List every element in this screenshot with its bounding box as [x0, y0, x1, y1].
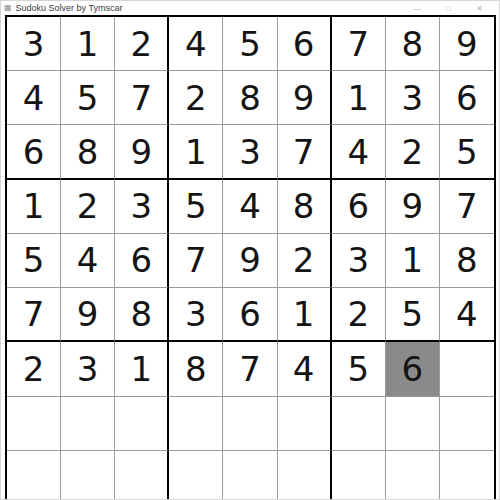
- sudoku-cell-r9c3[interactable]: [115, 451, 169, 500]
- sudoku-cell-r7c9[interactable]: [440, 342, 494, 396]
- sudoku-cell-r7c1[interactable]: 2: [7, 342, 61, 396]
- sudoku-cell-r8c7[interactable]: [332, 397, 386, 451]
- sudoku-cell-r6c3[interactable]: 8: [115, 288, 169, 342]
- sudoku-cell-r6c2[interactable]: 9: [61, 288, 115, 342]
- sudoku-cell-r9c1[interactable]: [7, 451, 61, 500]
- sudoku-cell-r6c4[interactable]: 3: [169, 288, 223, 342]
- sudoku-cell-r4c4[interactable]: 5: [169, 180, 223, 234]
- app-window: ▦ Sudoku Solver by Tymscar — □ ✕ 3124567…: [0, 0, 500, 500]
- sudoku-cell-r6c8[interactable]: 5: [386, 288, 440, 342]
- maximize-button[interactable]: □: [433, 1, 464, 15]
- sudoku-cell-r3c9[interactable]: 5: [440, 125, 494, 179]
- sudoku-cell-r2c9[interactable]: 6: [440, 71, 494, 125]
- sudoku-cell-r7c4[interactable]: 8: [169, 342, 223, 396]
- sudoku-cell-r6c5[interactable]: 6: [223, 288, 277, 342]
- sudoku-cell-r8c3[interactable]: [115, 397, 169, 451]
- sudoku-cell-r1c4[interactable]: 4: [169, 17, 223, 71]
- sudoku-cell-r6c6[interactable]: 1: [278, 288, 332, 342]
- sudoku-cell-r4c5[interactable]: 4: [223, 180, 277, 234]
- title-bar: ▦ Sudoku Solver by Tymscar — □ ✕: [1, 1, 499, 15]
- sudoku-cell-r4c8[interactable]: 9: [386, 180, 440, 234]
- app-icon: ▦: [4, 4, 12, 12]
- sudoku-cell-r2c4[interactable]: 2: [169, 71, 223, 125]
- sudoku-cell-r5c2[interactable]: 4: [61, 234, 115, 288]
- sudoku-cell-r7c6[interactable]: 4: [278, 342, 332, 396]
- minimize-button[interactable]: —: [402, 1, 433, 15]
- sudoku-cell-r3c1[interactable]: 6: [7, 125, 61, 179]
- sudoku-cell-r1c2[interactable]: 1: [61, 17, 115, 71]
- sudoku-cell-r3c4[interactable]: 1: [169, 125, 223, 179]
- sudoku-cell-r7c3[interactable]: 1: [115, 342, 169, 396]
- sudoku-cell-r2c7[interactable]: 1: [332, 71, 386, 125]
- sudoku-cell-r4c6[interactable]: 8: [278, 180, 332, 234]
- sudoku-cell-r1c1[interactable]: 3: [7, 17, 61, 71]
- sudoku-cell-r5c8[interactable]: 1: [386, 234, 440, 288]
- sudoku-cell-r2c6[interactable]: 9: [278, 71, 332, 125]
- window-title: Sudoku Solver by Tymscar: [16, 4, 123, 13]
- sudoku-cell-r3c3[interactable]: 9: [115, 125, 169, 179]
- sudoku-cell-r7c8[interactable]: 6: [386, 342, 440, 396]
- sudoku-cell-r2c1[interactable]: 4: [7, 71, 61, 125]
- sudoku-cell-r2c5[interactable]: 8: [223, 71, 277, 125]
- sudoku-cell-r5c7[interactable]: 3: [332, 234, 386, 288]
- sudoku-cell-r8c9[interactable]: [440, 397, 494, 451]
- close-button[interactable]: ✕: [464, 1, 495, 15]
- sudoku-cell-r3c2[interactable]: 8: [61, 125, 115, 179]
- window-controls: — □ ✕: [402, 1, 499, 15]
- sudoku-cell-r8c1[interactable]: [7, 397, 61, 451]
- sudoku-cell-r1c7[interactable]: 7: [332, 17, 386, 71]
- sudoku-cell-r3c8[interactable]: 2: [386, 125, 440, 179]
- sudoku-cell-r9c4[interactable]: [169, 451, 223, 500]
- sudoku-cell-r6c1[interactable]: 7: [7, 288, 61, 342]
- sudoku-cell-r9c5[interactable]: [223, 451, 277, 500]
- sudoku-cell-r1c8[interactable]: 8: [386, 17, 440, 71]
- sudoku-cell-r5c6[interactable]: 2: [278, 234, 332, 288]
- sudoku-cell-r8c2[interactable]: [61, 397, 115, 451]
- sudoku-cell-r8c4[interactable]: [169, 397, 223, 451]
- sudoku-cell-r6c7[interactable]: 2: [332, 288, 386, 342]
- sudoku-cell-r2c3[interactable]: 7: [115, 71, 169, 125]
- sudoku-cell-r3c6[interactable]: 7: [278, 125, 332, 179]
- sudoku-cell-r5c3[interactable]: 6: [115, 234, 169, 288]
- sudoku-cell-r5c5[interactable]: 9: [223, 234, 277, 288]
- sudoku-cell-r1c3[interactable]: 2: [115, 17, 169, 71]
- sudoku-cell-r9c6[interactable]: [278, 451, 332, 500]
- sudoku-cell-r1c9[interactable]: 9: [440, 17, 494, 71]
- sudoku-cell-r9c9[interactable]: [440, 451, 494, 500]
- sudoku-cell-r8c6[interactable]: [278, 397, 332, 451]
- sudoku-cell-r7c5[interactable]: 7: [223, 342, 277, 396]
- sudoku-cell-r4c1[interactable]: 1: [7, 180, 61, 234]
- sudoku-cell-r1c6[interactable]: 6: [278, 17, 332, 71]
- sudoku-board: 3124567894572891366891374251235486975467…: [5, 15, 496, 500]
- sudoku-cell-r3c7[interactable]: 4: [332, 125, 386, 179]
- sudoku-cell-r5c9[interactable]: 8: [440, 234, 494, 288]
- sudoku-cell-r8c8[interactable]: [386, 397, 440, 451]
- sudoku-cell-r9c8[interactable]: [386, 451, 440, 500]
- sudoku-cell-r7c7[interactable]: 5: [332, 342, 386, 396]
- sudoku-cell-r6c9[interactable]: 4: [440, 288, 494, 342]
- sudoku-cell-r4c3[interactable]: 3: [115, 180, 169, 234]
- sudoku-cell-r4c2[interactable]: 2: [61, 180, 115, 234]
- sudoku-cell-r9c2[interactable]: [61, 451, 115, 500]
- sudoku-cell-r4c7[interactable]: 6: [332, 180, 386, 234]
- sudoku-cell-r7c2[interactable]: 3: [61, 342, 115, 396]
- sudoku-cell-r2c2[interactable]: 5: [61, 71, 115, 125]
- sudoku-cell-r3c5[interactable]: 3: [223, 125, 277, 179]
- sudoku-cell-r5c1[interactable]: 5: [7, 234, 61, 288]
- sudoku-cell-r5c4[interactable]: 7: [169, 234, 223, 288]
- sudoku-cell-r4c9[interactable]: 7: [440, 180, 494, 234]
- sudoku-cell-r2c8[interactable]: 3: [386, 71, 440, 125]
- sudoku-cell-r8c5[interactable]: [223, 397, 277, 451]
- sudoku-cell-r9c7[interactable]: [332, 451, 386, 500]
- sudoku-cell-r1c5[interactable]: 5: [223, 17, 277, 71]
